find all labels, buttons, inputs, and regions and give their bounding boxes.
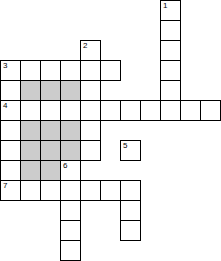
cell-r5-c9[interactable]: [180, 100, 201, 121]
cell-r3-c0[interactable]: 3: [0, 60, 21, 81]
clue-number-7: 7: [3, 182, 7, 190]
cell-r8-c3[interactable]: 6: [60, 160, 81, 181]
shaded-cell-r7-c2: [40, 140, 61, 161]
cell-r7-c6[interactable]: 5: [120, 140, 141, 161]
shaded-cell-r8-c1: [20, 160, 41, 181]
cell-r5-c7[interactable]: [140, 100, 161, 121]
cell-r3-c3[interactable]: [60, 60, 81, 81]
clue-number-4: 4: [3, 102, 7, 110]
cell-r2-c8[interactable]: [160, 40, 181, 61]
cell-r3-c1[interactable]: [20, 60, 41, 81]
clue-number-2: 2: [83, 42, 87, 50]
cell-r12-c3[interactable]: [60, 240, 81, 261]
cell-r5-c0[interactable]: 4: [0, 100, 21, 121]
shaded-cell-r4-c2: [40, 80, 61, 101]
crossword-grid: 1234567: [0, 0, 221, 261]
clue-number-5: 5: [123, 142, 127, 150]
cell-r3-c4[interactable]: [80, 60, 101, 81]
clue-number-6: 6: [63, 162, 67, 170]
cell-r5-c2[interactable]: [40, 100, 61, 121]
cell-r5-c5[interactable]: [100, 100, 121, 121]
cell-r4-c4[interactable]: [80, 80, 101, 101]
cell-r6-c4[interactable]: [80, 120, 101, 141]
cell-r9-c3[interactable]: [60, 180, 81, 201]
cell-r1-c8[interactable]: [160, 20, 181, 41]
shaded-cell-r4-c3: [60, 80, 81, 101]
cell-r11-c6[interactable]: [120, 220, 141, 241]
shaded-cell-r6-c3: [60, 120, 81, 141]
cell-r3-c8[interactable]: [160, 60, 181, 81]
cell-r4-c0[interactable]: [0, 80, 21, 101]
clue-number-3: 3: [3, 62, 7, 70]
cell-r0-c8[interactable]: 1: [160, 0, 181, 21]
cell-r5-c10[interactable]: [200, 100, 221, 121]
cell-r9-c0[interactable]: 7: [0, 180, 21, 201]
shaded-cell-r4-c1: [20, 80, 41, 101]
cell-r10-c3[interactable]: [60, 200, 81, 221]
shaded-cell-r7-c3: [60, 140, 81, 161]
cell-r5-c1[interactable]: [20, 100, 41, 121]
cell-r2-c4[interactable]: 2: [80, 40, 101, 61]
shaded-cell-r6-c2: [40, 120, 61, 141]
cell-r3-c5[interactable]: [100, 60, 121, 81]
clue-number-1: 1: [163, 2, 167, 10]
cell-r9-c1[interactable]: [20, 180, 41, 201]
cell-r9-c5[interactable]: [100, 180, 121, 201]
shaded-cell-r6-c1: [20, 120, 41, 141]
shaded-cell-r8-c2: [40, 160, 61, 181]
cell-r4-c8[interactable]: [160, 80, 181, 101]
cell-r7-c0[interactable]: [0, 140, 21, 161]
cell-r5-c8[interactable]: [160, 100, 181, 121]
cell-r3-c2[interactable]: [40, 60, 61, 81]
cell-r9-c2[interactable]: [40, 180, 61, 201]
cell-r5-c4[interactable]: [80, 100, 101, 121]
cell-r9-c6[interactable]: [120, 180, 141, 201]
cell-r7-c4[interactable]: [80, 140, 101, 161]
cell-r8-c0[interactable]: [0, 160, 21, 181]
cell-r5-c6[interactable]: [120, 100, 141, 121]
cell-r10-c6[interactable]: [120, 200, 141, 221]
shaded-cell-r7-c1: [20, 140, 41, 161]
cell-r6-c0[interactable]: [0, 120, 21, 141]
cell-r5-c3[interactable]: [60, 100, 81, 121]
cell-r9-c4[interactable]: [80, 180, 101, 201]
cell-r11-c3[interactable]: [60, 220, 81, 241]
